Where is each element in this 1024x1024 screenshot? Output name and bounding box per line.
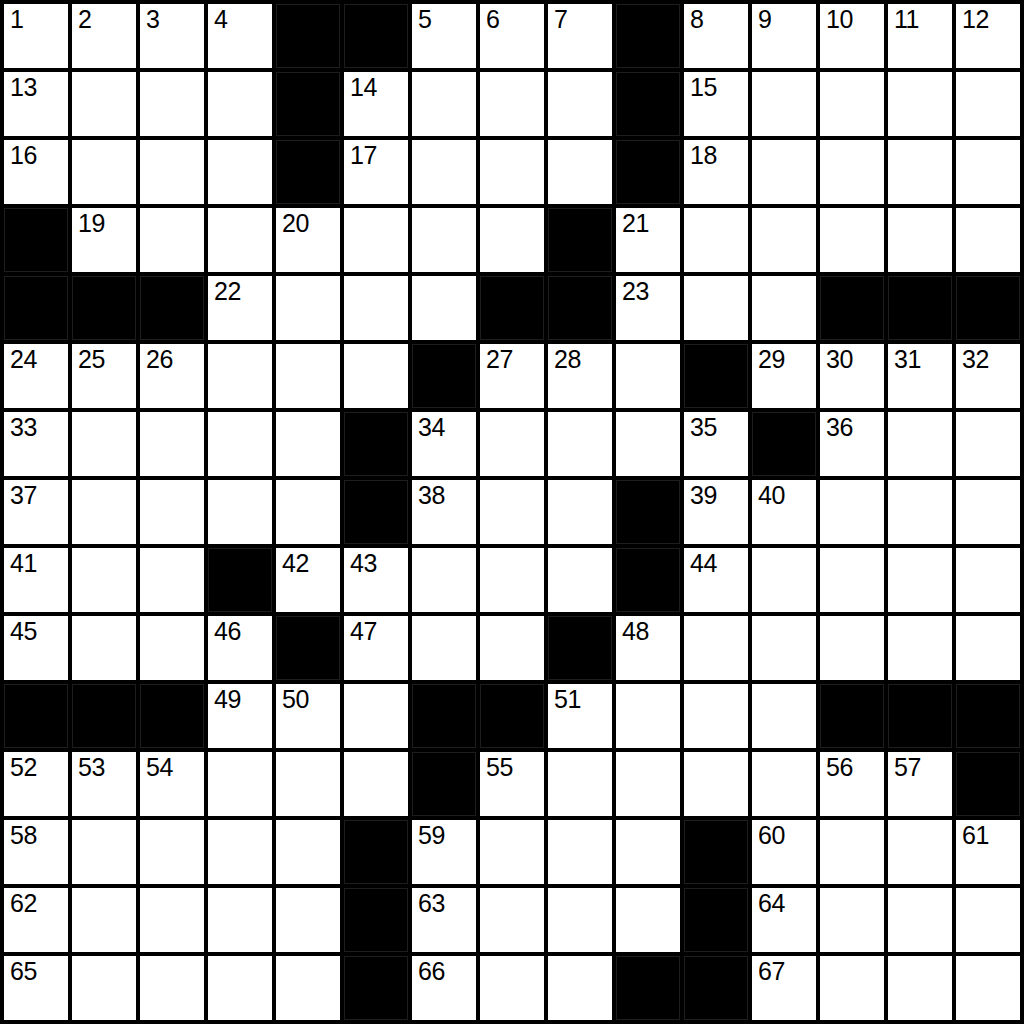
cell-r12c13[interactable]: 56 xyxy=(820,752,884,816)
cell-r4c8[interactable] xyxy=(480,208,544,272)
clue-number-45: 45 xyxy=(10,618,37,644)
cell-r14c13[interactable] xyxy=(820,888,884,952)
black-cell-r5c1 xyxy=(4,276,68,340)
cell-r7c5[interactable] xyxy=(276,412,340,476)
cell-r5c12[interactable] xyxy=(752,276,816,340)
clue-number-28: 28 xyxy=(554,346,581,372)
black-cell-r3c5 xyxy=(276,140,340,204)
cell-r9c5[interactable]: 42 xyxy=(276,548,340,612)
clue-number-27: 27 xyxy=(486,346,513,372)
clue-number-42: 42 xyxy=(282,550,309,576)
cell-r4c12[interactable] xyxy=(752,208,816,272)
clue-number-50: 50 xyxy=(282,686,309,712)
cell-r8c11[interactable]: 39 xyxy=(684,480,748,544)
cell-r14c14[interactable] xyxy=(888,888,952,952)
cell-r9c15[interactable] xyxy=(956,548,1020,612)
cell-r9c7[interactable] xyxy=(412,548,476,612)
cell-r6c4[interactable] xyxy=(208,344,272,408)
cell-r15c13[interactable] xyxy=(820,956,884,1020)
cell-r15c1[interactable]: 65 xyxy=(4,956,68,1020)
cell-r6c13[interactable]: 30 xyxy=(820,344,884,408)
cell-r14c5[interactable] xyxy=(276,888,340,952)
cell-r10c8[interactable] xyxy=(480,616,544,680)
cell-r6c15[interactable]: 32 xyxy=(956,344,1020,408)
clue-number-44: 44 xyxy=(690,550,717,576)
cell-r15c5[interactable] xyxy=(276,956,340,1020)
clue-number-11: 11 xyxy=(894,6,919,32)
cell-r11c12[interactable] xyxy=(752,684,816,748)
black-cell-r5c13 xyxy=(820,276,884,340)
black-cell-r7c12 xyxy=(752,412,816,476)
clue-number-59: 59 xyxy=(418,822,445,848)
cell-r1c12[interactable]: 9 xyxy=(752,4,816,68)
cell-r8c14[interactable] xyxy=(888,480,952,544)
clue-number-61: 61 xyxy=(962,822,989,848)
cell-r12c12[interactable] xyxy=(752,752,816,816)
cell-r2c4[interactable] xyxy=(208,72,272,136)
clue-number-3: 3 xyxy=(146,6,159,32)
clue-number-40: 40 xyxy=(758,482,785,508)
clue-number-1: 1 xyxy=(10,6,23,32)
clue-number-30: 30 xyxy=(826,346,853,372)
black-cell-r5c14 xyxy=(888,276,952,340)
black-cell-r11c2 xyxy=(72,684,136,748)
black-cell-r11c8 xyxy=(480,684,544,748)
cell-r7c10[interactable] xyxy=(616,412,680,476)
cell-r13c14[interactable] xyxy=(888,820,952,884)
clue-number-20: 20 xyxy=(282,210,309,236)
cell-r7c15[interactable] xyxy=(956,412,1020,476)
black-cell-r5c9 xyxy=(548,276,612,340)
black-cell-r5c15 xyxy=(956,276,1020,340)
cell-r7c1[interactable]: 33 xyxy=(4,412,68,476)
cell-r2c14[interactable] xyxy=(888,72,952,136)
cell-r6c1[interactable]: 24 xyxy=(4,344,68,408)
clue-number-41: 41 xyxy=(10,550,37,576)
cell-r15c15[interactable] xyxy=(956,956,1020,1020)
black-cell-r14c6 xyxy=(344,888,408,952)
cell-r4c10[interactable]: 21 xyxy=(616,208,680,272)
cell-r4c4[interactable] xyxy=(208,208,272,272)
cell-r10c11[interactable] xyxy=(684,616,748,680)
cell-r12c4[interactable] xyxy=(208,752,272,816)
cell-r7c7[interactable]: 34 xyxy=(412,412,476,476)
cell-r14c12[interactable]: 64 xyxy=(752,888,816,952)
cell-r1c14[interactable]: 11 xyxy=(888,4,952,68)
cell-r7c3[interactable] xyxy=(140,412,204,476)
cell-r13c12[interactable]: 60 xyxy=(752,820,816,884)
cell-r3c2[interactable] xyxy=(72,140,136,204)
cell-r2c11[interactable]: 15 xyxy=(684,72,748,136)
clue-number-12: 12 xyxy=(962,6,989,32)
cell-r6c5[interactable] xyxy=(276,344,340,408)
cell-r4c13[interactable] xyxy=(820,208,884,272)
cell-r1c11[interactable]: 8 xyxy=(684,4,748,68)
clue-number-47: 47 xyxy=(350,618,377,644)
cell-r3c11[interactable]: 18 xyxy=(684,140,748,204)
cell-r6c9[interactable]: 28 xyxy=(548,344,612,408)
black-cell-r11c1 xyxy=(4,684,68,748)
clue-number-23: 23 xyxy=(622,278,649,304)
cell-r11c10[interactable] xyxy=(616,684,680,748)
clue-number-62: 62 xyxy=(10,890,37,916)
clue-number-2: 2 xyxy=(78,6,91,32)
clue-number-46: 46 xyxy=(214,618,241,644)
black-cell-r6c7 xyxy=(412,344,476,408)
clue-number-13: 13 xyxy=(10,74,37,100)
clue-number-53: 53 xyxy=(78,754,105,780)
black-cell-r7c6 xyxy=(344,412,408,476)
cell-r10c1[interactable]: 45 xyxy=(4,616,68,680)
cell-r2c13[interactable] xyxy=(820,72,884,136)
cell-r4c7[interactable] xyxy=(412,208,476,272)
black-cell-r1c10 xyxy=(616,4,680,68)
cell-r10c6[interactable]: 47 xyxy=(344,616,408,680)
cell-r4c5[interactable]: 20 xyxy=(276,208,340,272)
black-cell-r13c11 xyxy=(684,820,748,884)
cell-r12c1[interactable]: 52 xyxy=(4,752,68,816)
cell-r5c7[interactable] xyxy=(412,276,476,340)
clue-number-29: 29 xyxy=(758,346,785,372)
cell-r9c8[interactable] xyxy=(480,548,544,612)
clue-number-19: 19 xyxy=(78,210,105,236)
black-cell-r15c10 xyxy=(616,956,680,1020)
cell-r7c14[interactable] xyxy=(888,412,952,476)
cell-r11c11[interactable] xyxy=(684,684,748,748)
cell-r2c2[interactable] xyxy=(72,72,136,136)
cell-r6c3[interactable]: 26 xyxy=(140,344,204,408)
clue-number-25: 25 xyxy=(78,346,105,372)
cell-r9c6[interactable]: 43 xyxy=(344,548,408,612)
black-cell-r11c7 xyxy=(412,684,476,748)
clue-number-33: 33 xyxy=(10,414,37,440)
cell-r14c7[interactable]: 63 xyxy=(412,888,476,952)
cell-r6c2[interactable]: 25 xyxy=(72,344,136,408)
clue-number-16: 16 xyxy=(10,142,37,168)
clue-number-5: 5 xyxy=(418,6,431,32)
cell-r13c4[interactable] xyxy=(208,820,272,884)
cell-r2c6[interactable]: 14 xyxy=(344,72,408,136)
cell-r12c6[interactable] xyxy=(344,752,408,816)
cell-r9c12[interactable] xyxy=(752,548,816,612)
clue-number-66: 66 xyxy=(418,958,445,984)
cell-r13c10[interactable] xyxy=(616,820,680,884)
cell-r12c9[interactable] xyxy=(548,752,612,816)
cell-r5c11[interactable] xyxy=(684,276,748,340)
cell-r13c2[interactable] xyxy=(72,820,136,884)
black-cell-r4c1 xyxy=(4,208,68,272)
clue-number-55: 55 xyxy=(486,754,513,780)
black-cell-r5c2 xyxy=(72,276,136,340)
cell-r12c10[interactable] xyxy=(616,752,680,816)
black-cell-r15c11 xyxy=(684,956,748,1020)
black-cell-r11c14 xyxy=(888,684,952,748)
cell-r7c2[interactable] xyxy=(72,412,136,476)
cell-r15c3[interactable] xyxy=(140,956,204,1020)
cell-r6c8[interactable]: 27 xyxy=(480,344,544,408)
cell-r2c1[interactable]: 13 xyxy=(4,72,68,136)
cell-r8c7[interactable]: 38 xyxy=(412,480,476,544)
cell-r1c13[interactable]: 10 xyxy=(820,4,884,68)
cell-r13c7[interactable]: 59 xyxy=(412,820,476,884)
cell-r10c2[interactable] xyxy=(72,616,136,680)
cell-r3c15[interactable] xyxy=(956,140,1020,204)
cell-r10c10[interactable]: 48 xyxy=(616,616,680,680)
cell-r12c14[interactable]: 57 xyxy=(888,752,952,816)
black-cell-r11c13 xyxy=(820,684,884,748)
black-cell-r13c6 xyxy=(344,820,408,884)
clue-number-63: 63 xyxy=(418,890,445,916)
clue-number-39: 39 xyxy=(690,482,717,508)
clue-number-22: 22 xyxy=(214,278,241,304)
cell-r8c12[interactable]: 40 xyxy=(752,480,816,544)
cell-r9c9[interactable] xyxy=(548,548,612,612)
clue-number-43: 43 xyxy=(350,550,377,576)
cell-r10c15[interactable] xyxy=(956,616,1020,680)
cell-r8c8[interactable] xyxy=(480,480,544,544)
black-cell-r14c11 xyxy=(684,888,748,952)
clue-number-26: 26 xyxy=(146,346,173,372)
cell-r12c2[interactable]: 53 xyxy=(72,752,136,816)
cell-r11c4[interactable]: 49 xyxy=(208,684,272,748)
cell-r5c4[interactable]: 22 xyxy=(208,276,272,340)
black-cell-r5c8 xyxy=(480,276,544,340)
cell-r3c1[interactable]: 16 xyxy=(4,140,68,204)
cell-r3c7[interactable] xyxy=(412,140,476,204)
clue-number-6: 6 xyxy=(486,6,499,32)
cell-r15c4[interactable] xyxy=(208,956,272,1020)
black-cell-r1c5 xyxy=(276,4,340,68)
cell-r13c9[interactable] xyxy=(548,820,612,884)
clue-number-35: 35 xyxy=(690,414,717,440)
clue-number-4: 4 xyxy=(214,6,227,32)
cell-r5c5[interactable] xyxy=(276,276,340,340)
black-cell-r2c10 xyxy=(616,72,680,136)
cell-r12c8[interactable]: 55 xyxy=(480,752,544,816)
black-cell-r9c10 xyxy=(616,548,680,612)
cell-r5c6[interactable] xyxy=(344,276,408,340)
crossword-board: 1234567891011121314151617181920212223242… xyxy=(0,0,1024,1024)
cell-r12c3[interactable]: 54 xyxy=(140,752,204,816)
cell-r9c14[interactable] xyxy=(888,548,952,612)
cell-r2c3[interactable] xyxy=(140,72,204,136)
clue-number-65: 65 xyxy=(10,958,37,984)
clue-number-37: 37 xyxy=(10,482,37,508)
cell-r10c13[interactable] xyxy=(820,616,884,680)
cell-r9c13[interactable] xyxy=(820,548,884,612)
cell-r1c8[interactable]: 6 xyxy=(480,4,544,68)
cell-r10c3[interactable] xyxy=(140,616,204,680)
cell-r7c4[interactable] xyxy=(208,412,272,476)
cell-r8c3[interactable] xyxy=(140,480,204,544)
cell-r7c11[interactable]: 35 xyxy=(684,412,748,476)
cell-r2c9[interactable] xyxy=(548,72,612,136)
cell-r10c4[interactable]: 46 xyxy=(208,616,272,680)
cell-r4c2[interactable]: 19 xyxy=(72,208,136,272)
cell-r2c15[interactable] xyxy=(956,72,1020,136)
black-cell-r10c5 xyxy=(276,616,340,680)
clue-number-7: 7 xyxy=(554,6,567,32)
cell-r11c5[interactable]: 50 xyxy=(276,684,340,748)
clue-number-15: 15 xyxy=(690,74,717,100)
clue-number-57: 57 xyxy=(894,754,921,780)
black-cell-r11c15 xyxy=(956,684,1020,748)
black-cell-r11c3 xyxy=(140,684,204,748)
clue-number-36: 36 xyxy=(826,414,853,440)
cell-r2c7[interactable] xyxy=(412,72,476,136)
clue-number-17: 17 xyxy=(350,142,377,168)
cell-r3c9[interactable] xyxy=(548,140,612,204)
cell-r8c5[interactable] xyxy=(276,480,340,544)
cell-r3c13[interactable] xyxy=(820,140,884,204)
clue-number-14: 14 xyxy=(350,74,377,100)
clue-number-52: 52 xyxy=(10,754,37,780)
clue-number-48: 48 xyxy=(622,618,649,644)
cell-r5c10[interactable]: 23 xyxy=(616,276,680,340)
black-cell-r8c10 xyxy=(616,480,680,544)
cell-r14c10[interactable] xyxy=(616,888,680,952)
clue-number-49: 49 xyxy=(214,686,241,712)
cell-r1c4[interactable]: 4 xyxy=(208,4,272,68)
cell-r14c15[interactable] xyxy=(956,888,1020,952)
cell-r1c1[interactable]: 1 xyxy=(4,4,68,68)
cell-r3c12[interactable] xyxy=(752,140,816,204)
cell-r7c8[interactable] xyxy=(480,412,544,476)
cell-r4c15[interactable] xyxy=(956,208,1020,272)
cell-r6c10[interactable] xyxy=(616,344,680,408)
cell-r13c3[interactable] xyxy=(140,820,204,884)
cell-r11c6[interactable] xyxy=(344,684,408,748)
cell-r4c6[interactable] xyxy=(344,208,408,272)
black-cell-r10c9 xyxy=(548,616,612,680)
cell-r10c14[interactable] xyxy=(888,616,952,680)
clue-number-51: 51 xyxy=(554,686,581,712)
clue-number-54: 54 xyxy=(146,754,173,780)
black-cell-r1c6 xyxy=(344,4,408,68)
clue-number-58: 58 xyxy=(10,822,37,848)
cell-r13c5[interactable] xyxy=(276,820,340,884)
cell-r15c12[interactable]: 67 xyxy=(752,956,816,1020)
black-cell-r6c11 xyxy=(684,344,748,408)
cell-r2c12[interactable] xyxy=(752,72,816,136)
cell-r15c9[interactable] xyxy=(548,956,612,1020)
cell-r14c4[interactable] xyxy=(208,888,272,952)
cell-r1c15[interactable]: 12 xyxy=(956,4,1020,68)
black-cell-r9c4 xyxy=(208,548,272,612)
cell-r3c14[interactable] xyxy=(888,140,952,204)
cell-r9c3[interactable] xyxy=(140,548,204,612)
cell-r8c15[interactable] xyxy=(956,480,1020,544)
cell-r9c1[interactable]: 41 xyxy=(4,548,68,612)
cell-r10c7[interactable] xyxy=(412,616,476,680)
cell-r6c6[interactable] xyxy=(344,344,408,408)
cell-r14c3[interactable] xyxy=(140,888,204,952)
black-cell-r12c15 xyxy=(956,752,1020,816)
cell-r4c11[interactable] xyxy=(684,208,748,272)
cell-r14c8[interactable] xyxy=(480,888,544,952)
cell-r4c3[interactable] xyxy=(140,208,204,272)
clue-number-21: 21 xyxy=(622,210,649,236)
black-cell-r4c9 xyxy=(548,208,612,272)
clue-number-32: 32 xyxy=(962,346,989,372)
cell-r15c14[interactable] xyxy=(888,956,952,1020)
cell-r3c3[interactable] xyxy=(140,140,204,204)
cell-r11c9[interactable]: 51 xyxy=(548,684,612,748)
clue-number-10: 10 xyxy=(826,6,853,32)
cell-r8c2[interactable] xyxy=(72,480,136,544)
clue-number-67: 67 xyxy=(758,958,785,984)
cell-r12c11[interactable] xyxy=(684,752,748,816)
cell-r1c2[interactable]: 2 xyxy=(72,4,136,68)
clue-number-34: 34 xyxy=(418,414,445,440)
cell-r2c8[interactable] xyxy=(480,72,544,136)
cell-r14c1[interactable]: 62 xyxy=(4,888,68,952)
black-cell-r15c6 xyxy=(344,956,408,1020)
cell-r8c9[interactable] xyxy=(548,480,612,544)
cell-r8c13[interactable] xyxy=(820,480,884,544)
cell-r7c9[interactable] xyxy=(548,412,612,476)
cell-r3c6[interactable]: 17 xyxy=(344,140,408,204)
cell-r6c12[interactable]: 29 xyxy=(752,344,816,408)
cell-r12c5[interactable] xyxy=(276,752,340,816)
clue-number-38: 38 xyxy=(418,482,445,508)
clue-number-31: 31 xyxy=(894,346,921,372)
cell-r15c8[interactable] xyxy=(480,956,544,1020)
black-cell-r8c6 xyxy=(344,480,408,544)
cell-r13c15[interactable]: 61 xyxy=(956,820,1020,884)
clue-number-24: 24 xyxy=(10,346,37,372)
black-cell-r2c5 xyxy=(276,72,340,136)
cell-r1c9[interactable]: 7 xyxy=(548,4,612,68)
cell-r13c1[interactable]: 58 xyxy=(4,820,68,884)
clue-number-9: 9 xyxy=(758,6,771,32)
black-cell-r3c10 xyxy=(616,140,680,204)
cell-r6c14[interactable]: 31 xyxy=(888,344,952,408)
cell-r9c2[interactable] xyxy=(72,548,136,612)
cell-r4c14[interactable] xyxy=(888,208,952,272)
cell-r9c11[interactable]: 44 xyxy=(684,548,748,612)
black-cell-r5c3 xyxy=(140,276,204,340)
clue-number-8: 8 xyxy=(690,6,703,32)
black-cell-r12c7 xyxy=(412,752,476,816)
cell-r13c13[interactable] xyxy=(820,820,884,884)
cell-r7c13[interactable]: 36 xyxy=(820,412,884,476)
clue-number-18: 18 xyxy=(690,142,717,168)
cell-r10c12[interactable] xyxy=(752,616,816,680)
cell-r14c9[interactable] xyxy=(548,888,612,952)
cell-r13c8[interactable] xyxy=(480,820,544,884)
cell-r14c2[interactable] xyxy=(72,888,136,952)
cell-r8c1[interactable]: 37 xyxy=(4,480,68,544)
cell-r1c7[interactable]: 5 xyxy=(412,4,476,68)
cell-r8c4[interactable] xyxy=(208,480,272,544)
cell-r1c3[interactable]: 3 xyxy=(140,4,204,68)
clue-number-60: 60 xyxy=(758,822,785,848)
clue-number-64: 64 xyxy=(758,890,785,916)
clue-number-56: 56 xyxy=(826,754,853,780)
cell-r3c4[interactable] xyxy=(208,140,272,204)
cell-r15c7[interactable]: 66 xyxy=(412,956,476,1020)
cell-r15c2[interactable] xyxy=(72,956,136,1020)
cell-r3c8[interactable] xyxy=(480,140,544,204)
